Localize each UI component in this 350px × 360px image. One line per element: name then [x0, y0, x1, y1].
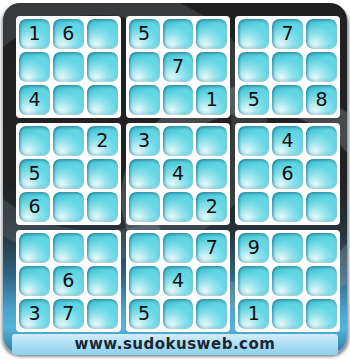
cell-r7c4[interactable]	[129, 233, 160, 263]
cell-r4c4-given[interactable]: 3	[129, 126, 160, 156]
cell-r1c6[interactable]	[196, 19, 227, 49]
cell-r4c8-given[interactable]: 4	[272, 126, 303, 156]
cell-r5c7[interactable]	[238, 159, 269, 189]
cell-r5c8-given[interactable]: 6	[272, 159, 303, 189]
cell-r8c5-given[interactable]: 4	[163, 266, 194, 296]
block-9: 91	[235, 230, 340, 332]
cell-r9c5[interactable]	[163, 299, 194, 329]
cell-r3c3[interactable]	[87, 85, 118, 115]
cell-r1c1-given[interactable]: 1	[19, 19, 50, 49]
cell-r2c3[interactable]	[87, 52, 118, 82]
cell-r8c6[interactable]	[196, 266, 227, 296]
cell-r2c1[interactable]	[19, 52, 50, 82]
cell-r2c4[interactable]	[129, 52, 160, 82]
cell-r5c2[interactable]	[53, 159, 84, 189]
cell-r1c2-given[interactable]: 6	[53, 19, 84, 49]
cell-r1c4-given[interactable]: 5	[129, 19, 160, 49]
cell-r9c8[interactable]	[272, 299, 303, 329]
cell-r2c8[interactable]	[272, 52, 303, 82]
block-2: 571	[126, 16, 231, 118]
cell-r7c5[interactable]	[163, 233, 194, 263]
cell-r3c1-given[interactable]: 4	[19, 85, 50, 115]
cell-r3c2[interactable]	[53, 85, 84, 115]
cell-r8c4[interactable]	[129, 266, 160, 296]
cell-r9c1-given[interactable]: 3	[19, 299, 50, 329]
cell-r2c2[interactable]	[53, 52, 84, 82]
cell-r8c3[interactable]	[87, 266, 118, 296]
block-7: 637	[16, 230, 121, 332]
sudoku-grid: 1645717582563424663774591	[16, 16, 340, 332]
cell-r5c3[interactable]	[87, 159, 118, 189]
footer-band: www.sudokusweb.com	[12, 334, 338, 355]
cell-r3c6-given[interactable]: 1	[196, 85, 227, 115]
block-3: 758	[235, 16, 340, 118]
cell-r1c7[interactable]	[238, 19, 269, 49]
cell-r4c5[interactable]	[163, 126, 194, 156]
cell-r8c2-given[interactable]: 6	[53, 266, 84, 296]
cell-r9c7-given[interactable]: 1	[238, 299, 269, 329]
cell-r1c5[interactable]	[163, 19, 194, 49]
sudoku-page: 1645717582563424663774591 www.sudokusweb…	[0, 0, 350, 360]
cell-r7c1[interactable]	[19, 233, 50, 263]
cell-r4c7[interactable]	[238, 126, 269, 156]
cell-r9c2-given[interactable]: 7	[53, 299, 84, 329]
cell-r7c7-given[interactable]: 9	[238, 233, 269, 263]
cell-r2c6[interactable]	[196, 52, 227, 82]
cell-r1c3[interactable]	[87, 19, 118, 49]
cell-r1c8-given[interactable]: 7	[272, 19, 303, 49]
block-8: 745	[126, 230, 231, 332]
cell-r3c7-given[interactable]: 5	[238, 85, 269, 115]
cell-r4c1[interactable]	[19, 126, 50, 156]
cell-r9c9-given[interactable]	[306, 299, 337, 329]
cell-r7c8[interactable]	[272, 233, 303, 263]
cell-r8c9[interactable]	[306, 266, 337, 296]
site-url-label: www.sudokusweb.com	[75, 335, 276, 353]
block-1: 164	[16, 16, 121, 118]
cell-r6c2[interactable]	[53, 192, 84, 222]
cell-r7c9[interactable]	[306, 233, 337, 263]
cell-r2c5-given[interactable]: 7	[163, 52, 194, 82]
cell-r7c3[interactable]	[87, 233, 118, 263]
cell-r3c9-given[interactable]: 8	[306, 85, 337, 115]
cell-r4c6[interactable]	[196, 126, 227, 156]
board-frame: 1645717582563424663774591 www.sudokusweb…	[3, 3, 347, 353]
block-5: 342	[126, 123, 231, 225]
cell-r8c7[interactable]	[238, 266, 269, 296]
block-4: 256	[16, 123, 121, 225]
cell-r5c6[interactable]	[196, 159, 227, 189]
cell-r6c6-given[interactable]: 2	[196, 192, 227, 222]
cell-r7c6-given[interactable]: 7	[196, 233, 227, 263]
cell-r5c4[interactable]	[129, 159, 160, 189]
cell-r5c9[interactable]	[306, 159, 337, 189]
cell-r4c2[interactable]	[53, 126, 84, 156]
cell-r5c5-given[interactable]: 4	[163, 159, 194, 189]
cell-r6c8[interactable]	[272, 192, 303, 222]
cell-r9c4-given[interactable]: 5	[129, 299, 160, 329]
cell-r9c6[interactable]	[196, 299, 227, 329]
cell-r6c9[interactable]	[306, 192, 337, 222]
cell-r8c8[interactable]	[272, 266, 303, 296]
cell-r7c2[interactable]	[53, 233, 84, 263]
cell-r6c5[interactable]	[163, 192, 194, 222]
cell-r6c7[interactable]	[238, 192, 269, 222]
cell-r4c9[interactable]	[306, 126, 337, 156]
cell-r8c1[interactable]	[19, 266, 50, 296]
cell-r1c9[interactable]	[306, 19, 337, 49]
cell-r6c1-given[interactable]: 6	[19, 192, 50, 222]
cell-r2c7[interactable]	[238, 52, 269, 82]
cell-r2c9[interactable]	[306, 52, 337, 82]
cell-r9c3[interactable]	[87, 299, 118, 329]
cell-r6c4[interactable]	[129, 192, 160, 222]
cell-r3c4[interactable]	[129, 85, 160, 115]
cell-r4c3-given[interactable]: 2	[87, 126, 118, 156]
cell-r6c3[interactable]	[87, 192, 118, 222]
cell-r3c8[interactable]	[272, 85, 303, 115]
block-6: 46	[235, 123, 340, 225]
cell-r5c1-given[interactable]: 5	[19, 159, 50, 189]
cell-r3c5[interactable]	[163, 85, 194, 115]
